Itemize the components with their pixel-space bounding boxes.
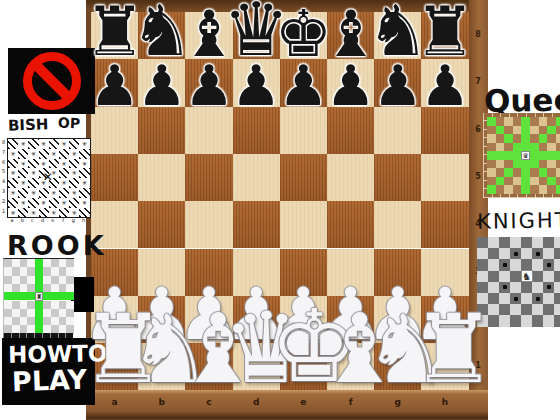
bishop-diagram-cell <box>8 198 18 208</box>
queen-diagram-cell <box>556 134 560 143</box>
how-to-play-label-2: PLAY <box>11 364 87 398</box>
knight-move-dot <box>536 252 540 256</box>
bishop-diagram-cell <box>18 149 28 159</box>
rook-diagram-cell <box>35 276 43 284</box>
queen-diagram-cell <box>530 185 539 194</box>
rook-diagram-cell <box>12 259 20 267</box>
bishop-diagram-cell <box>39 149 49 159</box>
knight-diagram-cell <box>554 237 560 248</box>
rook-diagram-cell <box>59 309 67 317</box>
bishop-diagram-cell <box>18 188 28 198</box>
bishop-move-mark: ✳ <box>11 190 16 196</box>
queen-diagram-cell <box>556 185 560 194</box>
queen-diagram-cell <box>504 185 513 194</box>
square-d4[interactable] <box>233 201 280 248</box>
queen-diagram-cell <box>521 117 530 126</box>
bishop-move-mark: ✳ <box>51 210 56 216</box>
square-a5[interactable] <box>91 154 138 201</box>
queen-diagram-cell <box>513 160 522 169</box>
queen-diagram-cell <box>513 168 522 177</box>
queen-diagram-cell <box>530 160 539 169</box>
bishop-move-mark: ✳ <box>62 180 67 186</box>
rook-diagram-cell <box>66 259 74 267</box>
bishop-diagram-title: BISH <box>8 115 49 134</box>
knight-diagram-cell <box>499 237 510 248</box>
bishop-move-mark: ✳ <box>82 141 87 147</box>
queen-diagram-cell <box>496 126 505 135</box>
rook-diagram-cell <box>4 301 12 309</box>
bishop-diagram-rank-label: 3 <box>2 189 7 194</box>
knight-move-dot <box>503 285 507 289</box>
rook-diagram-cell <box>35 259 43 267</box>
bishop-diagram-cell <box>69 198 79 208</box>
rook-diagram-cell <box>59 284 67 292</box>
knight-diagram-piece: ♞ <box>521 270 533 282</box>
bishop-diagram-title-2: OP <box>58 115 81 132</box>
knight-diagram-cell <box>554 293 560 304</box>
knight-move-dot <box>514 297 518 301</box>
rook-diagram-cell <box>66 317 74 325</box>
rook-diagram-cell <box>4 267 12 275</box>
rook-diagram-cell <box>66 284 74 292</box>
bishop-diagram-cell <box>39 188 49 198</box>
bishop-diagram-rank-label: 6 <box>2 160 7 165</box>
rook-diagram-cell <box>4 309 12 317</box>
knight-diagram-cell <box>488 282 499 293</box>
knight-move-dot <box>503 263 507 267</box>
knight-diagram-cell <box>521 304 532 315</box>
knight-diagram-cell <box>521 237 532 248</box>
rook-diagram-cell <box>59 276 67 284</box>
bishop-diagram-cell <box>69 159 79 169</box>
square-c5[interactable] <box>185 154 232 201</box>
rook-diagram-cell <box>51 309 59 317</box>
knight-diagram-cell <box>488 248 499 259</box>
queen-diagram-cell <box>487 134 496 143</box>
knight-move-dot <box>547 263 551 267</box>
knight-diagram-cell <box>532 282 543 293</box>
knight-diagram-title: KNIGHT <box>477 208 560 234</box>
queen-diagram-cell <box>496 177 505 186</box>
rook-diagram-cell <box>12 317 20 325</box>
rook-diagram-cell <box>27 301 35 309</box>
square-b4[interactable] <box>138 201 185 248</box>
bishop-move-mark: ✳ <box>31 190 36 196</box>
bishop-diagram-cell <box>69 178 79 188</box>
queen-diagram-cell <box>521 160 530 169</box>
queen-diagram-cell <box>530 168 539 177</box>
queen-diagram-cell <box>547 143 556 152</box>
bishop-diagram-rank-label: 1 <box>2 209 7 214</box>
square-f5[interactable] <box>327 154 374 201</box>
knight-diagram-cell <box>543 315 554 326</box>
queen-diagram-cell <box>513 177 522 186</box>
square-g5[interactable] <box>374 154 421 201</box>
queen-diagram-cell <box>496 117 505 126</box>
rook-diagram-cell <box>35 301 43 309</box>
rook-diagram-cell <box>59 267 67 275</box>
bishop-move-mark: ✳ <box>72 190 77 196</box>
queen-diagram-cell <box>547 168 556 177</box>
rook-diagram-cell <box>43 276 51 284</box>
queen-diagram-cell <box>547 134 556 143</box>
queen-diagram-cell <box>539 143 548 152</box>
bishop-diagram-cell <box>28 198 38 208</box>
bishop-diagram-cell <box>59 149 69 159</box>
rook-diagram-cell <box>27 309 35 317</box>
rook-diagram-cell <box>35 267 43 275</box>
bishop-diagram-file-label: a <box>7 217 17 223</box>
bishop-move-mark: ✳ <box>21 180 26 186</box>
queen-diagram-cell <box>496 134 505 143</box>
knight-diagram-cell <box>488 237 499 248</box>
knight-diagram-cell <box>521 315 532 326</box>
knight-diagram-cell <box>499 248 510 259</box>
rook-diagram-cell <box>35 309 43 317</box>
rook-diagram-cell <box>51 267 59 275</box>
bishop-diagram-cell <box>8 139 18 149</box>
bishop-move-mark: ✳ <box>31 151 36 157</box>
knight-diagram-cell <box>532 315 543 326</box>
rook-diagram-cell <box>66 276 74 284</box>
bishop-diagram-cell <box>28 139 38 149</box>
queen-diagram-cell <box>487 151 496 160</box>
bishop-diagram-cell <box>39 208 49 218</box>
bishop-diagram-cell <box>8 178 18 188</box>
bishop-diagram-file-label: e <box>48 217 58 223</box>
queen-diagram-cell <box>530 126 539 135</box>
queen-diagram-cell <box>539 177 548 186</box>
bishop-move-mark: ✳ <box>51 190 56 196</box>
knight-move-dot <box>514 252 518 256</box>
queen-diagram-cell <box>556 117 560 126</box>
knight-diagram-cell <box>510 271 521 282</box>
square-g4[interactable] <box>374 201 421 248</box>
bishop-diagram-file-label: c <box>27 217 37 223</box>
rook-diagram-cell <box>43 284 51 292</box>
bishop-move-mark: ✳ <box>51 151 56 157</box>
queen-diagram-cell <box>539 126 548 135</box>
queen-diagram-cell <box>504 151 513 160</box>
queen-diagram-cell <box>513 134 522 143</box>
square-e5[interactable] <box>280 154 327 201</box>
rook-diagram-cell <box>51 317 59 325</box>
rook-diagram-cell <box>12 284 20 292</box>
knight-diagram-cell <box>543 293 554 304</box>
queen-diagram-cell <box>487 160 496 169</box>
queen-diagram-cell <box>496 160 505 169</box>
knight-diagram-cell <box>510 259 521 270</box>
queen-diagram-cell <box>504 126 513 135</box>
bishop-move-mark: ✳ <box>72 210 77 216</box>
rook-diagram-cell <box>4 292 12 300</box>
rook-diagram-cell <box>20 284 28 292</box>
queen-diagram-cell <box>530 177 539 186</box>
bishop-diagram-cell <box>79 149 89 159</box>
queen-diagram-cell <box>487 185 496 194</box>
rook-diagram-cell <box>4 259 12 267</box>
queen-diagram-cell <box>547 185 556 194</box>
knight-diagram-cell <box>510 282 521 293</box>
bishop-diagram-cell <box>59 168 69 178</box>
rook-moves-diagram: ♜ <box>3 258 74 334</box>
rook-diagram-cell <box>12 276 20 284</box>
rook-diagram-cell <box>43 301 51 309</box>
queen-diagram-cell <box>504 168 513 177</box>
rook-diagram-cell <box>43 267 51 275</box>
bishop-diagram-cell <box>59 208 69 218</box>
knight-diagram-cell <box>477 248 488 259</box>
rook-diagram-cell <box>12 309 20 317</box>
rook-diagram-cell <box>43 259 51 267</box>
queen-diagram-cell <box>513 117 522 126</box>
knight-move-dot <box>536 297 540 301</box>
bishop-diagram-cell <box>79 208 89 218</box>
bishop-diagram-file-label: h <box>78 217 88 223</box>
knight-diagram-cell <box>543 304 554 315</box>
queen-diagram-cell <box>539 160 548 169</box>
rook-diagram-cell <box>59 301 67 309</box>
bishop-move-mark: ✳ <box>62 161 67 167</box>
bishop-diagram-cell <box>79 168 89 178</box>
rook-diagram-cell <box>43 309 51 317</box>
queen-diagram-piece: ♛ <box>521 151 531 161</box>
queen-diagram-cell <box>539 117 548 126</box>
queen-diagram-cell <box>504 143 513 152</box>
rook-diagram-cell <box>4 284 12 292</box>
rook-diagram-cell <box>51 301 59 309</box>
bishop-move-mark: ✳ <box>62 200 67 206</box>
rook-diagram-cell <box>51 259 59 267</box>
knight-diagram-cell <box>554 282 560 293</box>
chess-board: abcdefgh87654321 ♜♞♝♛♚♝♞♜♟♟♟♟♟♟♟♟♟♟♟♟♟♟♟… <box>86 0 488 420</box>
knight-diagram-cell <box>554 259 560 270</box>
rook-diagram-cell <box>66 267 74 275</box>
rook-diagram-title: ROOK <box>7 230 107 261</box>
rook-diagram-cell <box>59 317 67 325</box>
bishop-move-mark: ✳ <box>41 161 46 167</box>
queen-diagram-cell <box>521 185 530 194</box>
rook-diagram-cell <box>66 292 74 300</box>
queen-diagram-cell <box>496 168 505 177</box>
queen-diagram-cell <box>539 151 548 160</box>
queen-diagram-cell <box>547 160 556 169</box>
rook-diagram-cell <box>20 301 28 309</box>
bishop-move-mark: ✳ <box>31 170 36 176</box>
queen-diagram-cell <box>504 160 513 169</box>
bishop-move-mark: ✳ <box>72 151 77 157</box>
bishop-diagram-rank-label: 4 <box>2 179 7 184</box>
knight-diagram-cell <box>532 259 543 270</box>
rook-diagram-cell <box>51 276 59 284</box>
bishop-diagram-cell <box>49 139 59 149</box>
queen-diagram-cell <box>547 117 556 126</box>
queen-diagram-cell <box>547 126 556 135</box>
rook-diagram-cell <box>27 276 35 284</box>
piece-black-pawn[interactable]: ♟ <box>411 58 479 114</box>
bishop-move-mark: ✳ <box>82 200 87 206</box>
bishop-diagram-cell <box>28 178 38 188</box>
rook-diagram-cell <box>66 301 74 309</box>
queen-diagram-cell <box>547 177 556 186</box>
knight-diagram-cell <box>499 293 510 304</box>
knight-diagram-cell <box>499 315 510 326</box>
queen-diagram-cell <box>504 134 513 143</box>
queen-diagram-cell <box>487 117 496 126</box>
square-h5[interactable] <box>421 154 468 201</box>
bishop-move-mark: ✳ <box>31 210 36 216</box>
knight-diagram-cell <box>532 271 543 282</box>
rook-diagram-cell <box>4 276 12 284</box>
bishop-move-mark: ✳ <box>21 161 26 167</box>
square-e4[interactable] <box>280 201 327 248</box>
knight-diagram-cell <box>510 315 521 326</box>
queen-diagram-cell <box>487 177 496 186</box>
bishop-diagram-file-label: g <box>68 217 78 223</box>
rook-diagram-cell <box>43 292 51 300</box>
knight-diagram-cell <box>477 237 488 248</box>
rook-diagram-cell <box>35 317 43 325</box>
square-f4[interactable] <box>327 201 374 248</box>
bishop-move-mark: ✳ <box>11 151 16 157</box>
queen-diagram-cell <box>521 134 530 143</box>
square-d5[interactable] <box>233 154 280 201</box>
knight-diagram-cell <box>554 248 560 259</box>
queen-diagram-cell <box>556 160 560 169</box>
rook-diagram-cell <box>12 267 20 275</box>
rook-diagram-cell <box>20 259 28 267</box>
queen-diagram-cell <box>496 143 505 152</box>
knight-diagram-cell <box>499 304 510 315</box>
queen-diagram-cell <box>539 134 548 143</box>
queen-diagram-cell <box>513 126 522 135</box>
rook-diagram-cell <box>20 292 28 300</box>
queen-diagram-cell <box>513 185 522 194</box>
knight-diagram-cell <box>532 237 543 248</box>
rook-diagram-cell <box>27 317 35 325</box>
bishop-diagram-cell <box>69 139 79 149</box>
rook-diagram-cell <box>12 301 20 309</box>
knight-diagram-cell <box>521 293 532 304</box>
bishop-diagram-file-label: d <box>38 217 48 223</box>
queen-diagram-cell <box>496 185 505 194</box>
knight-diagram-cell <box>554 304 560 315</box>
bishop-move-mark: ✳ <box>82 161 87 167</box>
queen-diagram-cell <box>530 134 539 143</box>
bishop-diagram-rank-label: 2 <box>2 199 7 204</box>
knight-diagram-cell <box>543 237 554 248</box>
square-b5[interactable] <box>138 154 185 201</box>
rook-diagram-cell <box>51 284 59 292</box>
knight-diagram-cell <box>510 304 521 315</box>
queen-diagram-cell <box>556 168 560 177</box>
bishop-move-mark: ✳ <box>62 141 67 147</box>
bishop-diagram-cell <box>79 188 89 198</box>
rook-diagram-cell <box>20 317 28 325</box>
knight-diagram-cell <box>521 259 532 270</box>
rook-diagram-cell <box>27 259 35 267</box>
bishop-move-mark: ✳ <box>21 200 26 206</box>
bishop-diagram-cell <box>18 168 28 178</box>
bishop-diagram-cell <box>8 159 18 169</box>
rook-diagram-cell <box>20 309 28 317</box>
knight-diagram-cell <box>521 282 532 293</box>
rook-diagram-cell <box>59 292 67 300</box>
bishop-move-mark: ✳ <box>41 200 46 206</box>
queen-diagram-cell <box>521 168 530 177</box>
queen-diagram-cell <box>487 126 496 135</box>
bishop-diagram-rank-label: 8 <box>2 140 7 145</box>
queen-diagram-cell <box>556 143 560 152</box>
knight-diagram-cell <box>499 271 510 282</box>
knight-diagram-cell <box>510 237 521 248</box>
knight-diagram-cell <box>554 315 560 326</box>
bishop-diagram-cell <box>59 188 69 198</box>
queen-diagram-cell <box>487 168 496 177</box>
rook-diagram-cell <box>27 267 35 275</box>
queen-diagram-cell <box>530 143 539 152</box>
bishop-diagram-rank-label: 5 <box>2 169 7 174</box>
bishop-move-mark: ✳ <box>11 210 16 216</box>
rook-diagram-cell <box>4 317 12 325</box>
bishop-move-mark: ✳ <box>21 141 26 147</box>
queen-diagram-cell <box>539 168 548 177</box>
queen-diagram-cell <box>521 126 530 135</box>
queen-diagram-cell <box>496 151 505 160</box>
queen-diagram-cell <box>504 177 513 186</box>
bishop-move-mark: ✳ <box>82 180 87 186</box>
knight-diagram-cell <box>521 248 532 259</box>
queen-diagram-cell <box>556 177 560 186</box>
bishop-diagram-file-label: f <box>58 217 68 223</box>
piece-white-rook[interactable]: ♜ <box>411 302 479 397</box>
queen-diagram-cell <box>547 151 556 160</box>
rook-diagram-cell <box>20 267 28 275</box>
rook-diagram-cell <box>66 309 74 317</box>
bishop-diagram-cell <box>18 208 28 218</box>
bishop-center-mark: ✕ <box>43 170 53 184</box>
queen-diagram-cell <box>530 117 539 126</box>
bishop-diagram-file-label: b <box>17 217 27 223</box>
bishop-diagram-cell <box>49 159 59 169</box>
knight-diagram-cell <box>543 248 554 259</box>
knight-move-dot <box>547 285 551 289</box>
bishop-move-mark: ✳ <box>11 170 16 176</box>
knight-diagram-cell <box>554 271 560 282</box>
queen-diagram-cell <box>521 177 530 186</box>
knight-diagram-cell <box>543 271 554 282</box>
square-h4[interactable] <box>421 201 468 248</box>
rook-diagram-cell <box>12 292 20 300</box>
knight-diagram-cell <box>488 271 499 282</box>
bishop-move-mark: ✳ <box>72 170 77 176</box>
queen-diagram-cell <box>487 143 496 152</box>
queen-diagram-cell <box>556 126 560 135</box>
bishop-diagram-cell <box>28 159 38 169</box>
rook-diagram-piece: ♜ <box>35 292 44 301</box>
knight-diagram-cell <box>477 259 488 270</box>
rook-diagram-cell <box>20 276 28 284</box>
rook-diagram-cell <box>59 259 67 267</box>
square-c4[interactable] <box>185 201 232 248</box>
bishop-diagram-cell <box>49 198 59 208</box>
knight-diagram-cell <box>532 304 543 315</box>
queen-diagram-cell <box>504 117 513 126</box>
queen-diagram-cell <box>539 185 548 194</box>
queen-diagram-cell <box>530 151 539 160</box>
rook-diagram-cell <box>43 317 51 325</box>
queen-diagram-cell <box>556 151 560 160</box>
